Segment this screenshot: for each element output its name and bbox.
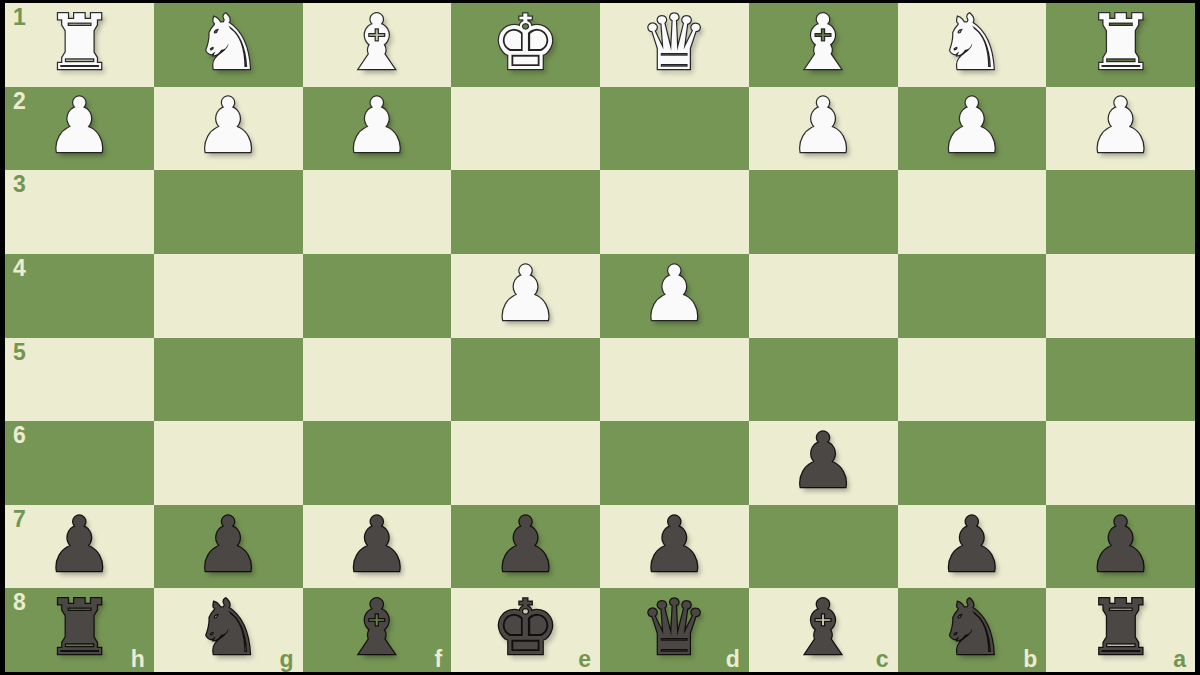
square-a8[interactable]: a♜ (1046, 588, 1195, 672)
black-king[interactable]: ♚ (492, 590, 560, 666)
square-c4[interactable] (749, 254, 898, 338)
square-h3[interactable]: 3 (5, 170, 154, 254)
square-d3[interactable] (600, 170, 749, 254)
square-f2[interactable]: ♟ (303, 87, 452, 171)
file-label-g: g (279, 648, 293, 671)
square-h4[interactable]: 4 (5, 254, 154, 338)
black-pawn[interactable]: ♟ (343, 507, 411, 583)
square-c6[interactable]: ♟ (749, 421, 898, 505)
file-label-c: c (876, 648, 889, 671)
square-e3[interactable] (451, 170, 600, 254)
square-e8[interactable]: e♚ (451, 588, 600, 672)
black-pawn[interactable]: ♟ (1087, 507, 1155, 583)
square-a1[interactable]: ♜ (1046, 3, 1195, 87)
square-e5[interactable] (451, 338, 600, 422)
white-pawn[interactable]: ♟ (343, 88, 411, 164)
white-rook[interactable]: ♜ (45, 5, 113, 81)
square-g3[interactable] (154, 170, 303, 254)
square-a7[interactable]: ♟ (1046, 505, 1195, 589)
board-frame: 1♜♞♝♚♛♝♞♜2♟♟♟♟♟♟34♟♟56♟7♟♟♟♟♟♟♟8h♜g♞f♝e♚… (0, 0, 1200, 675)
square-f4[interactable] (303, 254, 452, 338)
black-knight[interactable]: ♞ (194, 590, 262, 666)
square-a6[interactable] (1046, 421, 1195, 505)
square-g5[interactable] (154, 338, 303, 422)
square-d1[interactable]: ♛ (600, 3, 749, 87)
square-b5[interactable] (898, 338, 1047, 422)
square-b8[interactable]: b♞ (898, 588, 1047, 672)
black-bishop[interactable]: ♝ (343, 590, 411, 666)
square-h1[interactable]: 1♜ (5, 3, 154, 87)
white-king[interactable]: ♚ (492, 5, 560, 81)
file-label-a: a (1173, 648, 1186, 671)
black-pawn[interactable]: ♟ (640, 507, 708, 583)
square-f3[interactable] (303, 170, 452, 254)
white-queen[interactable]: ♛ (640, 5, 708, 81)
square-c1[interactable]: ♝ (749, 3, 898, 87)
square-d7[interactable]: ♟ (600, 505, 749, 589)
square-g4[interactable] (154, 254, 303, 338)
white-pawn[interactable]: ♟ (789, 88, 857, 164)
black-pawn[interactable]: ♟ (45, 507, 113, 583)
square-d6[interactable] (600, 421, 749, 505)
square-c3[interactable] (749, 170, 898, 254)
square-d4[interactable]: ♟ (600, 254, 749, 338)
white-pawn[interactable]: ♟ (640, 256, 708, 332)
square-f1[interactable]: ♝ (303, 3, 452, 87)
rank-label-3: 3 (13, 173, 26, 196)
white-knight[interactable]: ♞ (194, 5, 262, 81)
rank-label-1: 1 (13, 6, 26, 29)
square-b3[interactable] (898, 170, 1047, 254)
black-pawn[interactable]: ♟ (938, 507, 1006, 583)
square-a5[interactable] (1046, 338, 1195, 422)
square-b4[interactable] (898, 254, 1047, 338)
square-h2[interactable]: 2♟ (5, 87, 154, 171)
rank-label-5: 5 (13, 341, 26, 364)
white-pawn[interactable]: ♟ (194, 88, 262, 164)
square-d8[interactable]: d♛ (600, 588, 749, 672)
file-label-h: h (131, 648, 145, 671)
file-label-f: f (435, 648, 443, 671)
black-pawn[interactable]: ♟ (194, 507, 262, 583)
square-e4[interactable]: ♟ (451, 254, 600, 338)
square-g2[interactable]: ♟ (154, 87, 303, 171)
rank-label-4: 4 (13, 257, 26, 280)
white-pawn[interactable]: ♟ (45, 88, 113, 164)
file-label-b: b (1023, 648, 1037, 671)
black-knight[interactable]: ♞ (938, 590, 1006, 666)
square-a3[interactable] (1046, 170, 1195, 254)
square-g6[interactable] (154, 421, 303, 505)
square-b6[interactable] (898, 421, 1047, 505)
white-pawn[interactable]: ♟ (1087, 88, 1155, 164)
square-h7[interactable]: 7♟ (5, 505, 154, 589)
square-g8[interactable]: g♞ (154, 588, 303, 672)
square-a2[interactable]: ♟ (1046, 87, 1195, 171)
square-c8[interactable]: c♝ (749, 588, 898, 672)
square-e7[interactable]: ♟ (451, 505, 600, 589)
square-g7[interactable]: ♟ (154, 505, 303, 589)
square-e6[interactable] (451, 421, 600, 505)
square-c2[interactable]: ♟ (749, 87, 898, 171)
white-knight[interactable]: ♞ (938, 5, 1006, 81)
rank-label-8: 8 (13, 591, 26, 614)
square-a4[interactable] (1046, 254, 1195, 338)
chess-board: 1♜♞♝♚♛♝♞♜2♟♟♟♟♟♟34♟♟56♟7♟♟♟♟♟♟♟8h♜g♞f♝e♚… (5, 3, 1195, 672)
square-f7[interactable]: ♟ (303, 505, 452, 589)
black-bishop[interactable]: ♝ (789, 590, 857, 666)
square-f6[interactable] (303, 421, 452, 505)
rank-label-7: 7 (13, 508, 26, 531)
square-c5[interactable] (749, 338, 898, 422)
square-e2[interactable] (451, 87, 600, 171)
rank-label-2: 2 (13, 90, 26, 113)
black-rook[interactable]: ♜ (45, 590, 113, 666)
white-bishop[interactable]: ♝ (343, 5, 411, 81)
square-d5[interactable] (600, 338, 749, 422)
black-pawn[interactable]: ♟ (492, 507, 560, 583)
white-bishop[interactable]: ♝ (789, 5, 857, 81)
square-f5[interactable] (303, 338, 452, 422)
square-b2[interactable]: ♟ (898, 87, 1047, 171)
white-rook[interactable]: ♜ (1087, 5, 1155, 81)
rank-label-6: 6 (13, 424, 26, 447)
black-rook[interactable]: ♜ (1087, 590, 1155, 666)
white-pawn[interactable]: ♟ (938, 88, 1006, 164)
black-pawn[interactable]: ♟ (789, 423, 857, 499)
square-b7[interactable]: ♟ (898, 505, 1047, 589)
square-g1[interactable]: ♞ (154, 3, 303, 87)
square-c7[interactable] (749, 505, 898, 589)
square-h8[interactable]: 8h♜ (5, 588, 154, 672)
black-queen[interactable]: ♛ (640, 590, 708, 666)
white-pawn[interactable]: ♟ (492, 256, 560, 332)
file-label-d: d (726, 648, 740, 671)
square-f8[interactable]: f♝ (303, 588, 452, 672)
square-d2[interactable] (600, 87, 749, 171)
square-h6[interactable]: 6 (5, 421, 154, 505)
square-b1[interactable]: ♞ (898, 3, 1047, 87)
square-e1[interactable]: ♚ (451, 3, 600, 87)
file-label-e: e (578, 648, 591, 671)
square-h5[interactable]: 5 (5, 338, 154, 422)
